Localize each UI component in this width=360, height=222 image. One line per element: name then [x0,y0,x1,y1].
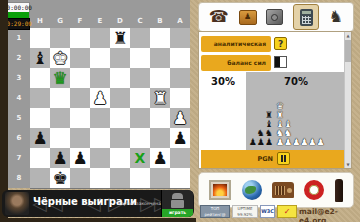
file-label: H [30,17,50,28]
file-label: G [50,17,70,28]
robot-icon-body [171,200,184,208]
square-h6[interactable]: ♟ [30,128,50,148]
square-f7[interactable]: ♟ [70,148,90,168]
black-material-percent: 30% [201,76,245,87]
statue-icon[interactable]: ♞ [329,8,343,26]
square-e1[interactable] [90,28,110,48]
square-h7[interactable] [30,148,50,168]
fireplace-icon[interactable] [209,180,231,200]
scroll-down-icon[interactable]: ▼ [345,161,351,168]
bottle-icon[interactable] [335,179,343,202]
chess-set-icon[interactable]: ♟ [239,10,257,25]
captured-black-p: ♟ [249,137,257,147]
square-h2[interactable]: ♝ [30,48,50,68]
chess-board[interactable]: ♜♝♚♛♟♜♟♟♟♟♟X♟♚ [30,28,190,189]
square-a5[interactable]: ♟ [170,108,190,128]
square-a2[interactable] [170,48,190,68]
avatar[interactable] [5,192,29,215]
file-label: E [90,17,110,28]
scroll-up-icon[interactable]: ▲ [345,32,351,39]
move-origin-marker: X [130,148,150,168]
top-toolbar: ☎ ♟ ♞ [198,2,354,32]
robot-icon [172,193,183,199]
square-a7[interactable] [170,148,190,168]
square-e8[interactable] [90,168,110,188]
captured-pieces: ♛♜♜♝♝♝♞♞♞♞♟♟♟♟♟♟♟♟♟ [199,94,346,139]
square-c6[interactable] [130,128,150,148]
square-h3[interactable] [30,68,50,88]
side-panel: аналитическая доска ? баланс сил 30% 70%… [198,31,352,169]
play-button[interactable]: играть [162,209,193,217]
captured-row: ♞♞♞♞ [199,121,346,130]
square-g2[interactable]: ♚ [50,48,70,68]
captured-white-p: ♟ [316,137,324,147]
square-e5[interactable] [90,108,110,128]
rank-label: 7 [8,148,30,168]
square-f2[interactable] [70,48,90,68]
captured-black-p: ♟ [257,137,265,147]
black-piece-g3: ♛ [50,68,70,88]
square-d2[interactable] [110,48,130,68]
status-badge-2[interactable]: W3C [260,205,275,218]
contact-email[interactable]: mail@e2-e4.org [299,207,360,222]
square-b5[interactable] [150,108,170,128]
square-f8[interactable] [70,168,90,188]
square-f1[interactable] [70,28,90,48]
help-icon[interactable]: ? [274,37,287,50]
captured-black-p: ♟ [265,137,273,147]
square-f5[interactable] [70,108,90,128]
balance-toggle-icon[interactable] [274,56,287,68]
square-g1[interactable] [50,28,70,48]
pgn-label: PGN [231,150,273,168]
square-d8[interactable] [110,168,130,188]
frame-left [0,0,8,222]
file-label: C [130,17,150,28]
captured-white-p: ♟ [284,137,292,147]
square-h5[interactable] [30,108,50,128]
safe-icon[interactable] [266,9,283,25]
square-b2[interactable] [150,48,170,68]
square-d3[interactable] [110,68,130,88]
balance-button[interactable]: баланс сил [201,55,271,71]
square-c7[interactable]: X [130,148,150,168]
square-f4[interactable] [70,88,90,108]
black-piece-h2: ♝ [30,48,50,68]
black-piece-g8: ♚ [50,168,70,188]
square-g7[interactable]: ♟ [50,148,70,168]
rank-label: 2 [8,48,30,68]
frame-bottom [0,218,196,222]
square-c3[interactable] [130,68,150,88]
square-e7[interactable] [90,148,110,168]
square-g3[interactable]: ♛ [50,68,70,88]
phone-icon[interactable]: ☎ [209,8,229,26]
captured-row: ♛ [199,94,346,103]
square-a3[interactable] [170,68,190,88]
black-piece-a6: ♟ [170,128,190,148]
rank-label: 6 [8,128,30,148]
file-label: D [110,17,130,28]
square-e2[interactable] [90,48,110,68]
square-d4[interactable] [110,88,130,108]
square-b8[interactable] [150,168,170,188]
rank-label: 3 [8,68,30,88]
square-d1[interactable]: ♜ [110,28,130,48]
status-badge-0[interactable]: ТОПрейтинг@ [200,205,230,218]
square-b3[interactable] [150,68,170,88]
rank-labels: 12345678 [8,28,30,188]
lifebuoy-icon[interactable] [304,180,324,200]
file-label: A [170,17,190,28]
rank-label: 1 [8,28,30,48]
square-c1[interactable] [130,28,150,48]
app-window: HGFEDCBA 12345678 ♜♝♚♛♟♜♟♟♟♟♟X♟♚ 00:00:0… [0,0,360,222]
square-f3[interactable] [70,68,90,88]
rank-label: 4 [8,88,30,108]
captured-row: ♝♝♝ [199,112,346,121]
square-a6[interactable]: ♟ [170,128,190,148]
captured-white-p: ♟ [276,137,284,147]
square-h1[interactable] [30,28,50,48]
white-material-percent: 70% [246,76,346,87]
square-a8[interactable] [170,168,190,188]
square-a4[interactable] [170,88,190,108]
square-c4[interactable] [130,88,150,108]
status-badge-3[interactable]: ✓ [277,205,297,218]
square-g5[interactable] [50,108,70,128]
square-c2[interactable] [130,48,150,68]
square-e3[interactable] [90,68,110,88]
square-e4[interactable]: ♟ [90,88,110,108]
square-d7[interactable] [110,148,130,168]
white-piece-b4: ♜ [150,88,170,108]
square-h4[interactable] [30,88,50,108]
square-c5[interactable] [130,108,150,128]
white-piece-e4: ♟ [90,88,110,108]
captured-row: ♜♜ [199,103,346,112]
black-piece-d1: ♜ [110,28,130,48]
calculator-icon-active[interactable] [293,4,319,30]
square-h8[interactable] [30,168,50,188]
black-piece-f7: ♟ [70,148,90,168]
analysis-board-button[interactable]: аналитическая доска [201,36,271,52]
result-bar: ◁ ◁ ◁ ▷ ▷ ▷ Чёрные выиграли партия закон… [2,190,194,217]
globe-icon[interactable] [242,180,262,200]
rank-label: 8 [8,168,30,188]
footer-toolbar [198,172,354,208]
square-d5[interactable] [110,108,130,128]
square-c8[interactable] [130,168,150,188]
square-f6[interactable] [70,128,90,148]
square-g4[interactable] [50,88,70,108]
square-a1[interactable] [170,28,190,48]
bot-opponent-box[interactable]: играть [161,190,193,217]
square-b7[interactable]: ♟ [150,148,170,168]
square-g6[interactable] [50,128,70,148]
rank-label: 5 [8,108,30,128]
square-d6[interactable] [110,128,130,148]
pgn-export-icon[interactable] [277,152,290,165]
file-label: B [150,17,170,28]
square-b4[interactable]: ♜ [150,88,170,108]
status-badge-1[interactable]: UPTIME99.92% [232,205,258,218]
white-piece-g2: ♚ [50,48,70,68]
square-g8[interactable]: ♚ [50,168,70,188]
status-badges: ТОПрейтинг@UPTIME99.92%W3C✓ [200,205,297,218]
black-piece-g7: ♟ [50,148,70,168]
black-piece-h6: ♟ [30,128,50,148]
captured-row: ♟♟♟♟♟♟♟♟♟ [199,130,346,139]
scroll-thumb[interactable] [345,40,351,62]
pgn-bar: PGN [201,150,346,168]
black-piece-b7: ♟ [150,148,170,168]
radio-icon[interactable] [272,182,294,198]
square-b6[interactable] [150,128,170,148]
white-piece-a5: ♟ [170,108,190,128]
file-label: F [70,17,90,28]
square-b1[interactable] [150,28,170,48]
file-labels: HGFEDCBA [30,0,190,28]
square-e6[interactable] [90,128,110,148]
panel-scrollbar[interactable]: ▲ ▼ [344,32,351,168]
